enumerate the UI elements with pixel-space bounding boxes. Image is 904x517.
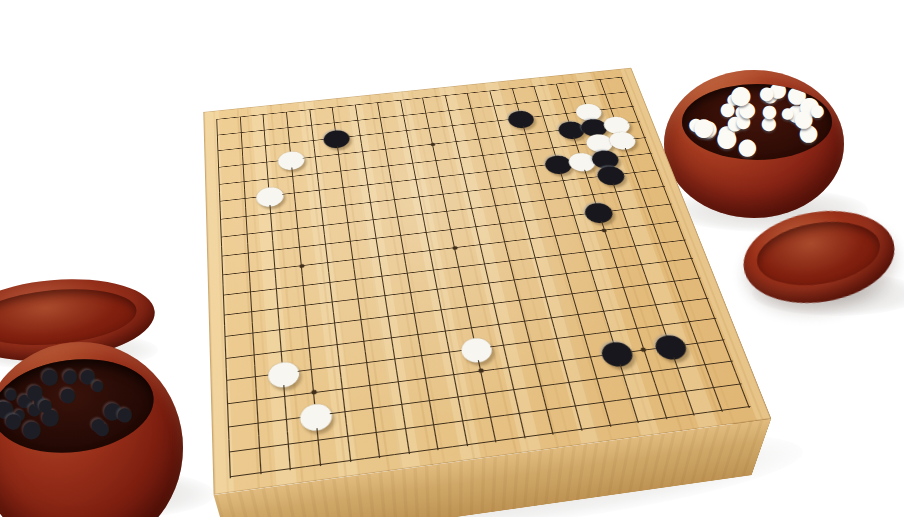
intersection: [352, 350, 383, 376]
white-stone: ●: [456, 330, 497, 366]
intersection: [264, 297, 292, 321]
intersection: [263, 277, 291, 300]
intersection: [272, 406, 303, 434]
intersection: [492, 355, 525, 381]
intersection: [696, 374, 732, 401]
intersection: [415, 240, 444, 262]
intersection: [237, 280, 265, 303]
intersection: [211, 324, 239, 349]
intersection: [344, 288, 373, 311]
intersection: [339, 249, 367, 271]
intersection: ●: [654, 334, 688, 359]
intersection: [558, 392, 592, 419]
intersection: [286, 236, 313, 258]
intersection: [213, 390, 243, 417]
intersection: [706, 327, 741, 352]
intersection: [243, 410, 273, 438]
intersection: [419, 259, 448, 281]
intersection: [273, 430, 304, 459]
intersection: [621, 408, 657, 436]
intersection: [303, 426, 335, 454]
intersection: [601, 257, 633, 279]
intersection: [238, 300, 266, 324]
black-bowl-stone: ●: [3, 409, 23, 431]
intersection: [386, 391, 418, 418]
intersection: [270, 383, 300, 410]
black-bowl-stone: ●: [89, 415, 106, 434]
intersection: [497, 377, 530, 404]
intersection: [360, 418, 392, 446]
intersection: [266, 318, 295, 342]
intersection: [235, 242, 262, 264]
intersection: [434, 340, 465, 365]
intersection: [680, 331, 714, 356]
intersection: [509, 309, 541, 333]
intersection: [357, 395, 389, 422]
intersection: [731, 394, 768, 421]
intersection: [626, 254, 658, 276]
intersection: [639, 293, 672, 317]
intersection: [704, 397, 740, 424]
intersection: [614, 296, 647, 320]
intersection: [520, 247, 550, 269]
intersection: [588, 299, 620, 323]
intersection: [541, 326, 574, 351]
intersection: [365, 246, 394, 268]
black-stone: ●: [648, 328, 692, 364]
intersection: [324, 354, 354, 380]
intersection: [295, 335, 325, 360]
intersection: [627, 337, 661, 362]
intersection: [311, 233, 339, 255]
intersection: [396, 281, 426, 304]
intersection: [574, 344, 607, 369]
photo-scene: ●●●●●●●●●●●●●●●●●●●●● ●●●●●●●●●●●●●●●●●●…: [0, 0, 904, 517]
intersection: [593, 412, 628, 440]
white-stone-bowl: ●●●●●●●●●●●●●●●●●●●●●●●●●●: [664, 70, 844, 218]
intersection: [580, 366, 614, 392]
intersection: [332, 422, 364, 450]
white-bowl-stone: ●: [716, 126, 738, 151]
intersection: [438, 362, 470, 388]
intersection: [483, 312, 514, 336]
intersection: [426, 298, 456, 322]
intersection: [410, 365, 442, 391]
white-stone: ●: [265, 354, 303, 391]
intersection: [364, 443, 397, 472]
intersection: [452, 295, 483, 319]
white-bowl-stone: ●: [810, 101, 825, 118]
intersection: [479, 427, 513, 455]
intersection: [714, 349, 749, 375]
intersection: [456, 315, 487, 339]
intersection: [320, 311, 349, 335]
intersection: [390, 243, 419, 265]
intersection: [698, 307, 732, 331]
white-bowl-stone: ●: [730, 84, 752, 107]
intersection: [661, 356, 696, 382]
intersection: [239, 321, 268, 346]
intersection: [676, 401, 712, 429]
intersection: [607, 276, 639, 299]
intersection: [403, 322, 434, 347]
intersection: [723, 371, 759, 397]
white-stone-bowl-opening: ●●●●●●●●●●●●●●●●●●●●●●●●●●: [682, 84, 832, 160]
intersection: [393, 439, 426, 468]
intersection: [215, 438, 246, 467]
black-bowl-stone: ●: [58, 384, 77, 405]
white-bowl-stone: ●: [737, 134, 757, 157]
intersection: [267, 339, 296, 364]
intersection: [495, 250, 525, 272]
intersection: [547, 348, 580, 374]
intersection: [551, 263, 582, 286]
intersection: [322, 332, 352, 357]
intersection: [500, 269, 531, 292]
intersection: [444, 256, 474, 278]
intersection: [315, 271, 343, 294]
intersection: [633, 273, 665, 296]
intersection: [576, 260, 607, 282]
intersection: [470, 380, 503, 407]
intersection: [520, 351, 553, 377]
white-bowl-stone: ●: [759, 85, 774, 103]
intersection: [614, 385, 649, 412]
intersection: [305, 450, 337, 479]
intersection: [448, 275, 478, 298]
intersection: [565, 416, 600, 444]
intersection: [508, 423, 542, 451]
intersection: [215, 462, 246, 492]
intersection: [341, 268, 370, 291]
intersection: [379, 347, 410, 373]
intersection: [299, 379, 330, 406]
intersection: [318, 291, 347, 315]
black-stone-bowl: ●●●●●●●●●●●●●●●●●●●●●: [0, 342, 183, 517]
white-bowl-lid-dish: [752, 213, 885, 293]
intersection: [355, 372, 386, 398]
intersection: [289, 274, 317, 297]
intersection: [349, 329, 379, 354]
intersection: [658, 270, 691, 293]
intersection: [651, 251, 683, 273]
intersection: [210, 284, 237, 307]
intersection: [665, 290, 698, 314]
intersection: [607, 363, 641, 389]
intersection: [474, 272, 504, 295]
white-stone: ●: [296, 395, 336, 434]
intersection: [430, 319, 461, 344]
intersection: [418, 411, 451, 439]
intersection: [531, 396, 565, 423]
intersection: [346, 308, 376, 332]
intersection: [262, 258, 290, 280]
intersection: [245, 458, 277, 488]
intersection: [488, 333, 520, 358]
intersection: [691, 286, 724, 309]
intersection: [213, 367, 242, 393]
intersection: [261, 239, 288, 261]
intersection: [676, 248, 708, 270]
intersection: [586, 389, 621, 416]
intersection: [407, 343, 438, 368]
intersection: [327, 376, 358, 403]
black-stone: ●: [595, 334, 639, 370]
intersection: [683, 267, 716, 290]
intersection: [536, 306, 568, 330]
intersection: [465, 358, 497, 384]
intersection: [244, 434, 275, 463]
intersection: [620, 316, 653, 340]
intersection: [329, 399, 360, 426]
intersection: [422, 435, 455, 464]
intersection: [373, 305, 403, 329]
intersection: [562, 302, 594, 326]
intersection: [389, 415, 422, 443]
intersection: [293, 314, 322, 338]
white-bowl-stone: ●: [762, 103, 777, 121]
intersection: [376, 325, 406, 350]
intersection: [649, 405, 685, 433]
intersection: [212, 346, 241, 371]
intersection: [400, 301, 430, 325]
black-bowl-stone: ●: [25, 380, 45, 402]
intersection: [470, 253, 500, 275]
intersection: [242, 386, 272, 413]
intersection: [414, 388, 446, 415]
intersection: [525, 373, 558, 399]
intersection: [367, 265, 396, 288]
intersection: [370, 285, 399, 308]
intersection: ●: [461, 336, 493, 361]
intersection: [334, 447, 366, 476]
intersection: [209, 245, 236, 267]
intersection: [530, 286, 561, 309]
intersection: [552, 370, 586, 396]
intersection: [288, 255, 316, 277]
intersection: [313, 252, 341, 274]
intersection: [646, 313, 680, 337]
intersection: [568, 323, 601, 348]
intersection: [634, 359, 669, 385]
black-bowl-stone: ●: [90, 378, 105, 394]
intersection: [556, 282, 588, 305]
intersection: ●: [269, 360, 299, 386]
white-bowl-stone: ●: [693, 115, 714, 140]
intersection: [474, 403, 507, 431]
intersection: [241, 364, 270, 390]
intersection: [211, 304, 239, 328]
intersection: [525, 266, 556, 289]
intersection: [688, 352, 723, 378]
intersection: [446, 407, 479, 435]
intersection: [503, 400, 537, 427]
intersection: [214, 413, 244, 441]
intersection: [275, 454, 307, 484]
intersection: ●: [301, 402, 332, 430]
intersection: [594, 320, 627, 345]
intersection: [337, 230, 365, 252]
intersection: [210, 264, 237, 287]
black-bowl-lid-dish: [0, 283, 139, 351]
intersection: [582, 279, 614, 302]
black-stone-bowl-opening: ●●●●●●●●●●●●●●●●●●●●●: [0, 350, 159, 461]
intersection: [504, 289, 535, 312]
intersection: [240, 342, 269, 367]
intersection: [382, 369, 413, 395]
intersection: [672, 310, 706, 334]
intersection: [536, 420, 571, 448]
intersection: [291, 294, 320, 318]
intersection: [514, 330, 546, 355]
intersection: [641, 382, 676, 409]
intersection: ●: [600, 341, 634, 366]
white-bowl-stone: ●: [781, 107, 794, 122]
intersection: [451, 431, 485, 460]
intersection: [668, 378, 703, 405]
intersection: [393, 262, 422, 285]
intersection: [236, 261, 263, 284]
black-bowl-stone: ●: [115, 404, 133, 425]
intersection: [422, 278, 452, 301]
intersection: [442, 384, 475, 411]
intersection: [297, 357, 327, 383]
intersection: [478, 292, 509, 316]
